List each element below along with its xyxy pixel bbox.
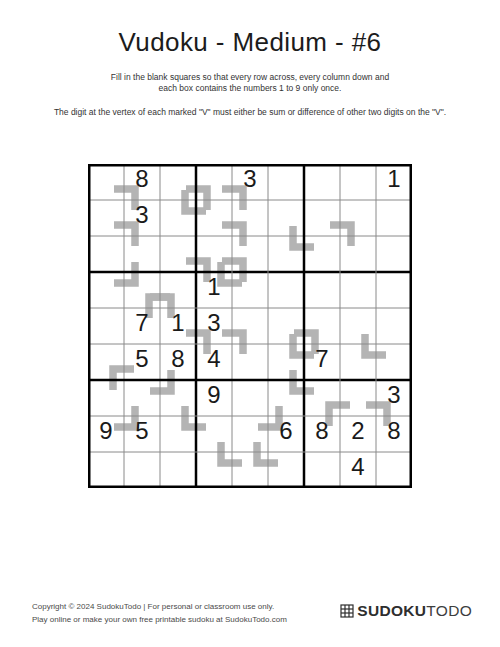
cell-r8c8[interactable]: 2	[340, 416, 376, 452]
cell-r4c7[interactable]	[304, 272, 340, 308]
cell-r2c6[interactable]	[268, 200, 304, 236]
cell-r1c3[interactable]	[160, 164, 196, 200]
cell-r9c1[interactable]	[88, 452, 124, 488]
instructions: Fill in the blank squares so that every …	[0, 72, 500, 93]
cell-r7c5[interactable]	[232, 380, 268, 416]
cell-r8c7[interactable]: 8	[304, 416, 340, 452]
cell-r3c1[interactable]	[88, 236, 124, 272]
logo-text-todo: TODO	[426, 602, 472, 620]
footer-text: Copyright © 2024 SudokuTodo | For person…	[32, 600, 287, 626]
cell-r1c7[interactable]	[304, 164, 340, 200]
cell-r5c9[interactable]	[376, 308, 412, 344]
cell-r6c3[interactable]: 8	[160, 344, 196, 380]
cell-r7c4[interactable]: 9	[196, 380, 232, 416]
cell-r1c8[interactable]	[340, 164, 376, 200]
cell-r5c7[interactable]	[304, 308, 340, 344]
cell-r7c7[interactable]	[304, 380, 340, 416]
cell-r9c4[interactable]	[196, 452, 232, 488]
cell-r2c3[interactable]	[160, 200, 196, 236]
cell-r4c8[interactable]	[340, 272, 376, 308]
cell-r9c2[interactable]	[124, 452, 160, 488]
logo-text-sudoku: SUDOKU	[357, 602, 426, 620]
cell-r8c2[interactable]: 5	[124, 416, 160, 452]
cell-r3c8[interactable]	[340, 236, 376, 272]
cell-r3c6[interactable]	[268, 236, 304, 272]
cell-r5c2[interactable]: 7	[124, 308, 160, 344]
cell-r1c5[interactable]: 3	[232, 164, 268, 200]
cell-r6c1[interactable]	[88, 344, 124, 380]
cell-r4c2[interactable]	[124, 272, 160, 308]
cell-r8c3[interactable]	[160, 416, 196, 452]
cell-r5c4[interactable]: 3	[196, 308, 232, 344]
cell-r3c9[interactable]	[376, 236, 412, 272]
cell-r8c1[interactable]: 9	[88, 416, 124, 452]
cell-r8c5[interactable]	[232, 416, 268, 452]
cell-r9c9[interactable]	[376, 452, 412, 488]
cell-r7c9[interactable]: 3	[376, 380, 412, 416]
cell-r8c6[interactable]: 6	[268, 416, 304, 452]
cell-r4c3[interactable]	[160, 272, 196, 308]
cell-r8c9[interactable]: 8	[376, 416, 412, 452]
cell-r6c4[interactable]: 4	[196, 344, 232, 380]
cell-r6c2[interactable]: 5	[124, 344, 160, 380]
cell-r2c5[interactable]	[232, 200, 268, 236]
cell-r2c1[interactable]	[88, 200, 124, 236]
board-grid: 831317135847939568284	[88, 164, 412, 488]
cell-r7c2[interactable]	[124, 380, 160, 416]
cell-r5c8[interactable]	[340, 308, 376, 344]
page-title: Vudoku - Medium - #6	[0, 0, 500, 58]
cell-r3c3[interactable]	[160, 236, 196, 272]
cell-r4c1[interactable]	[88, 272, 124, 308]
cell-r7c3[interactable]	[160, 380, 196, 416]
footer-play-online: Play online or make your own free printa…	[32, 613, 287, 626]
cell-r5c5[interactable]	[232, 308, 268, 344]
cell-r4c4[interactable]: 1	[196, 272, 232, 308]
cell-r9c8[interactable]: 4	[340, 452, 376, 488]
cell-r4c6[interactable]	[268, 272, 304, 308]
cell-r6c6[interactable]	[268, 344, 304, 380]
cell-r3c2[interactable]	[124, 236, 160, 272]
v-rule-text: The digit at the vertex of each marked "…	[0, 107, 500, 117]
grid-icon	[340, 604, 354, 618]
cell-r7c1[interactable]	[88, 380, 124, 416]
cell-r2c2[interactable]: 3	[124, 200, 160, 236]
cell-r5c6[interactable]	[268, 308, 304, 344]
cell-r3c7[interactable]	[304, 236, 340, 272]
cell-r6c9[interactable]	[376, 344, 412, 380]
sudokutodo-logo: SUDOKU TODO	[340, 602, 472, 620]
cell-r1c2[interactable]: 8	[124, 164, 160, 200]
cell-r1c9[interactable]: 1	[376, 164, 412, 200]
cell-r3c5[interactable]	[232, 236, 268, 272]
cell-r6c7[interactable]: 7	[304, 344, 340, 380]
cell-r8c4[interactable]	[196, 416, 232, 452]
cell-r9c3[interactable]	[160, 452, 196, 488]
cell-r1c4[interactable]	[196, 164, 232, 200]
cell-r2c8[interactable]	[340, 200, 376, 236]
cell-r7c8[interactable]	[340, 380, 376, 416]
cell-r9c7[interactable]	[304, 452, 340, 488]
cell-r9c5[interactable]	[232, 452, 268, 488]
vudoku-board: 831317135847939568284	[88, 164, 412, 488]
cell-r7c6[interactable]	[268, 380, 304, 416]
cell-r5c3[interactable]: 1	[160, 308, 196, 344]
footer-copyright: Copyright © 2024 SudokuTodo | For person…	[32, 600, 287, 613]
instructions-line1: Fill in the blank squares so that every …	[0, 72, 500, 83]
cell-r4c5[interactable]	[232, 272, 268, 308]
cell-r2c4[interactable]	[196, 200, 232, 236]
cell-r2c9[interactable]	[376, 200, 412, 236]
cell-r6c5[interactable]	[232, 344, 268, 380]
cell-r1c6[interactable]	[268, 164, 304, 200]
cell-r5c1[interactable]	[88, 308, 124, 344]
cell-r3c4[interactable]	[196, 236, 232, 272]
cell-r4c9[interactable]	[376, 272, 412, 308]
cell-r6c8[interactable]	[340, 344, 376, 380]
instructions-line2: each box contains the numbers 1 to 9 onl…	[0, 83, 500, 94]
cell-r1c1[interactable]	[88, 164, 124, 200]
cell-r9c6[interactable]	[268, 452, 304, 488]
cell-r2c7[interactable]	[304, 200, 340, 236]
